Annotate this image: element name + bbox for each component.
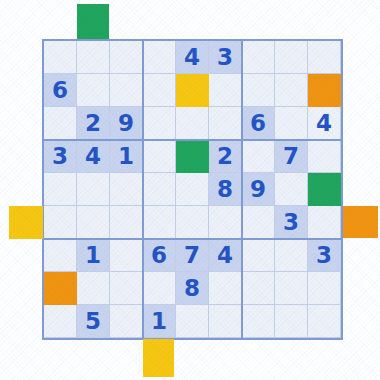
cell-r3c9[interactable]: 4 — [308, 107, 341, 140]
cell-r2c2[interactable] — [77, 74, 110, 107]
cell-r4c7[interactable] — [242, 140, 275, 173]
cell-r1c9[interactable] — [308, 41, 341, 74]
cell-r8c5[interactable]: 8 — [176, 272, 209, 305]
cell-r9c7[interactable] — [242, 305, 275, 338]
cell-r7c5[interactable]: 7 — [176, 239, 209, 272]
cell-r4c5[interactable] — [176, 140, 209, 173]
cell-r6c9[interactable] — [308, 206, 341, 239]
cell-r7c2[interactable]: 1 — [77, 239, 110, 272]
cell-r4c4[interactable] — [143, 140, 176, 173]
cell-r2c4[interactable] — [143, 74, 176, 107]
cell-r2c8[interactable] — [275, 74, 308, 107]
cell-r9c9[interactable] — [308, 305, 341, 338]
cell-r8c4[interactable] — [143, 272, 176, 305]
cell-r6c3[interactable] — [110, 206, 143, 239]
cell-r5c4[interactable] — [143, 173, 176, 206]
cell-r1c6[interactable]: 3 — [209, 41, 242, 74]
cell-r2c3[interactable] — [110, 74, 143, 107]
cell-r9c1[interactable] — [44, 305, 77, 338]
cell-r4c9[interactable] — [308, 140, 341, 173]
cell-r4c3[interactable]: 1 — [110, 140, 143, 173]
cell-r9c6[interactable] — [209, 305, 242, 338]
cell-r3c4[interactable] — [143, 107, 176, 140]
cell-r2c7[interactable] — [242, 74, 275, 107]
cell-r8c6[interactable] — [209, 272, 242, 305]
cell-r3c6[interactable] — [209, 107, 242, 140]
cell-r4c8[interactable]: 7 — [275, 140, 308, 173]
cell-r3c8[interactable] — [275, 107, 308, 140]
cell-r8c8[interactable] — [275, 272, 308, 305]
cell-r6c6[interactable] — [209, 206, 242, 239]
cell-r3c2[interactable]: 2 — [77, 107, 110, 140]
cell-r6c1[interactable] — [44, 206, 77, 239]
cell-r6c5[interactable] — [176, 206, 209, 239]
cell-r2c6[interactable] — [209, 74, 242, 107]
cell-r1c5[interactable]: 4 — [176, 41, 209, 74]
cell-r2c5[interactable] — [176, 74, 209, 107]
cell-r9c2[interactable]: 5 — [77, 305, 110, 338]
cell-r2c1[interactable]: 6 — [44, 74, 77, 107]
cell-r7c1[interactable] — [44, 239, 77, 272]
cell-r4c6[interactable]: 2 — [209, 140, 242, 173]
cell-r5c2[interactable] — [77, 173, 110, 206]
outside-block-top-green[interactable] — [77, 4, 109, 39]
sudoku-board: 43629643412789316743851 — [42, 39, 343, 340]
sudoku-grid: 43629643412789316743851 — [44, 41, 341, 338]
puzzle-stage: 43629643412789316743851 — [0, 0, 380, 380]
cell-r7c9[interactable]: 3 — [308, 239, 341, 272]
cell-r7c8[interactable] — [275, 239, 308, 272]
cell-r6c2[interactable] — [77, 206, 110, 239]
cell-r5c3[interactable] — [110, 173, 143, 206]
cell-r3c3[interactable]: 9 — [110, 107, 143, 140]
cell-r9c5[interactable] — [176, 305, 209, 338]
cell-r7c3[interactable] — [110, 239, 143, 272]
cell-r1c8[interactable] — [275, 41, 308, 74]
cell-r8c7[interactable] — [242, 272, 275, 305]
cell-r1c2[interactable] — [77, 41, 110, 74]
cell-r9c8[interactable] — [275, 305, 308, 338]
cell-r3c5[interactable] — [176, 107, 209, 140]
cell-r1c3[interactable] — [110, 41, 143, 74]
cell-r1c7[interactable] — [242, 41, 275, 74]
cell-r6c8[interactable]: 3 — [275, 206, 308, 239]
cell-r5c8[interactable] — [275, 173, 308, 206]
cell-r4c2[interactable]: 4 — [77, 140, 110, 173]
cell-r5c5[interactable] — [176, 173, 209, 206]
cell-r8c1[interactable] — [44, 272, 77, 305]
cell-r5c1[interactable] — [44, 173, 77, 206]
cell-r8c3[interactable] — [110, 272, 143, 305]
outside-block-left-yellow[interactable] — [9, 206, 43, 239]
cell-r9c3[interactable] — [110, 305, 143, 338]
cell-r8c2[interactable] — [77, 272, 110, 305]
cell-r1c4[interactable] — [143, 41, 176, 74]
cell-r4c1[interactable]: 3 — [44, 140, 77, 173]
cell-r1c1[interactable] — [44, 41, 77, 74]
cell-r3c1[interactable] — [44, 107, 77, 140]
cell-r9c4[interactable]: 1 — [143, 305, 176, 338]
cell-r2c9[interactable] — [308, 74, 341, 107]
outside-block-bottom-yellow[interactable] — [143, 339, 174, 377]
cell-r5c6[interactable]: 8 — [209, 173, 242, 206]
cell-r5c9[interactable] — [308, 173, 341, 206]
cell-r8c9[interactable] — [308, 272, 341, 305]
cell-r7c6[interactable]: 4 — [209, 239, 242, 272]
outside-block-right-orange[interactable] — [343, 206, 378, 238]
cell-r3c7[interactable]: 6 — [242, 107, 275, 140]
cell-r6c4[interactable] — [143, 206, 176, 239]
cell-r5c7[interactable]: 9 — [242, 173, 275, 206]
cell-r7c7[interactable] — [242, 239, 275, 272]
cell-r6c7[interactable] — [242, 206, 275, 239]
cell-r7c4[interactable]: 6 — [143, 239, 176, 272]
